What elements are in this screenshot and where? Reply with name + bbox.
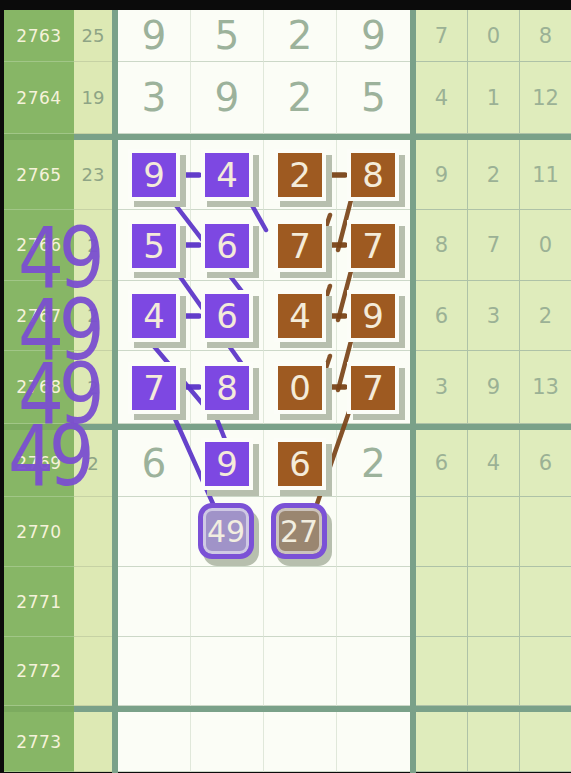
stat-cell bbox=[468, 567, 520, 637]
stat-cell: 3 bbox=[468, 281, 520, 351]
stat-cell: 13 bbox=[520, 351, 571, 424]
digit-cell: 2 bbox=[264, 62, 337, 134]
stat-cell: 0 bbox=[468, 10, 520, 62]
stat-cell: 12 bbox=[520, 62, 571, 134]
digit-cell: 6 bbox=[118, 430, 191, 497]
draw-number-cell: 2766 bbox=[4, 210, 74, 281]
digit-cell bbox=[337, 497, 410, 567]
digit-cell bbox=[337, 140, 410, 210]
digit-cell bbox=[118, 140, 191, 210]
stat-cell: 6 bbox=[416, 430, 468, 497]
hit-count-cell: 23 bbox=[74, 140, 112, 210]
hit-count-cell bbox=[74, 712, 112, 772]
hit-count-cell: 2 bbox=[74, 281, 112, 351]
digit-cell bbox=[191, 351, 264, 424]
chart-row-2768: 276823913 bbox=[4, 351, 571, 424]
hit-count-cell: 25 bbox=[74, 10, 112, 62]
draw-number-cell: 2767 bbox=[4, 281, 74, 351]
digit-cell: 2 bbox=[337, 430, 410, 497]
digit-cell bbox=[264, 637, 337, 706]
digit-cell bbox=[337, 637, 410, 706]
hit-count-cell bbox=[74, 497, 112, 567]
digit-cell bbox=[337, 210, 410, 281]
chart-row-2769: 2769262646 bbox=[4, 430, 571, 497]
stat-cell: 2 bbox=[468, 140, 520, 210]
digit-cell: 9 bbox=[118, 10, 191, 62]
chart-row-2773: 2773 bbox=[4, 712, 571, 772]
stat-cell bbox=[416, 712, 468, 772]
digit-cell bbox=[191, 567, 264, 637]
digit-cell bbox=[118, 567, 191, 637]
hit-count-cell: 2 bbox=[74, 210, 112, 281]
stat-cell: 9 bbox=[416, 140, 468, 210]
stat-cell: 4 bbox=[416, 62, 468, 134]
digit-cell bbox=[264, 210, 337, 281]
stat-cell: 0 bbox=[520, 210, 571, 281]
digit-cell bbox=[118, 637, 191, 706]
digit-cell bbox=[191, 140, 264, 210]
stat-cell: 9 bbox=[468, 351, 520, 424]
draw-number-cell: 2769 bbox=[4, 430, 74, 497]
digit-cell bbox=[264, 712, 337, 772]
stat-cell bbox=[520, 637, 571, 706]
chart-rows: 2763259529708276419392541122765239211276… bbox=[4, 10, 571, 773]
draw-number-cell: 2763 bbox=[4, 10, 74, 62]
digit-cell bbox=[337, 567, 410, 637]
chart-row-2767: 27672632 bbox=[4, 281, 571, 351]
digit-cell bbox=[118, 281, 191, 351]
digit-cell bbox=[264, 430, 337, 497]
hit-count-cell bbox=[74, 567, 112, 637]
draw-number-cell: 2772 bbox=[4, 637, 74, 706]
digit-cell bbox=[118, 497, 191, 567]
draw-number-cell: 2768 bbox=[4, 351, 74, 424]
digit-cell bbox=[118, 351, 191, 424]
chart-row-2765: 2765239211 bbox=[4, 140, 571, 210]
draw-number-cell: 2771 bbox=[4, 567, 74, 637]
digit-cell bbox=[191, 281, 264, 351]
hit-count-cell bbox=[74, 637, 112, 706]
digit-cell bbox=[337, 351, 410, 424]
digit-cell: 9 bbox=[191, 62, 264, 134]
stat-cell: 4 bbox=[468, 430, 520, 497]
stat-cell bbox=[520, 497, 571, 567]
digit-cell bbox=[118, 210, 191, 281]
draw-number-cell: 2765 bbox=[4, 140, 74, 210]
draw-number-cell: 2773 bbox=[4, 712, 74, 772]
stat-cell: 7 bbox=[468, 210, 520, 281]
stat-cell bbox=[520, 567, 571, 637]
stat-cell: 6 bbox=[520, 430, 571, 497]
stat-cell bbox=[468, 712, 520, 772]
stat-cell: 8 bbox=[416, 210, 468, 281]
hit-count-cell: 2 bbox=[74, 351, 112, 424]
digit-cell bbox=[337, 281, 410, 351]
result-box-49: 49 bbox=[198, 503, 254, 559]
stat-cell: 7 bbox=[416, 10, 468, 62]
chart-row-2763: 2763259529708 bbox=[4, 10, 571, 62]
stat-cell bbox=[416, 637, 468, 706]
chart-row-2764: 27641939254112 bbox=[4, 62, 571, 134]
digit-cell bbox=[264, 351, 337, 424]
digit-cell bbox=[191, 712, 264, 772]
stat-cell bbox=[520, 712, 571, 772]
stat-cell bbox=[416, 567, 468, 637]
digit-cell: 2 bbox=[264, 10, 337, 62]
lottery-chart-board: 2763259529708276419392541122765239211276… bbox=[4, 10, 571, 773]
digit-cell: 3 bbox=[118, 62, 191, 134]
digit-cell: 9 bbox=[337, 10, 410, 62]
stat-cell: 11 bbox=[520, 140, 571, 210]
stat-cell bbox=[468, 637, 520, 706]
stat-cell: 3 bbox=[416, 351, 468, 424]
stat-cell bbox=[416, 497, 468, 567]
result-box-27: 27 bbox=[271, 503, 327, 559]
digit-cell bbox=[118, 712, 191, 772]
digit-cell bbox=[264, 567, 337, 637]
stat-cell: 6 bbox=[416, 281, 468, 351]
digit-cell bbox=[191, 430, 264, 497]
stat-cell: 8 bbox=[520, 10, 571, 62]
digit-cell bbox=[264, 281, 337, 351]
chart-row-2766: 27662870 bbox=[4, 210, 571, 281]
stat-cell bbox=[468, 497, 520, 567]
digit-cell bbox=[191, 637, 264, 706]
digit-cell bbox=[191, 210, 264, 281]
draw-number-cell: 2764 bbox=[4, 62, 74, 134]
hit-count-cell: 2 bbox=[74, 430, 112, 497]
stat-cell: 2 bbox=[520, 281, 571, 351]
chart-row-2771: 2771 bbox=[4, 567, 571, 637]
chart-row-2772: 2772 bbox=[4, 637, 571, 706]
digit-cell bbox=[264, 140, 337, 210]
digit-cell bbox=[337, 712, 410, 772]
digit-cell: 5 bbox=[337, 62, 410, 134]
hit-count-cell: 19 bbox=[74, 62, 112, 134]
draw-number-cell: 2770 bbox=[4, 497, 74, 567]
digit-cell: 5 bbox=[191, 10, 264, 62]
stat-cell: 1 bbox=[468, 62, 520, 134]
